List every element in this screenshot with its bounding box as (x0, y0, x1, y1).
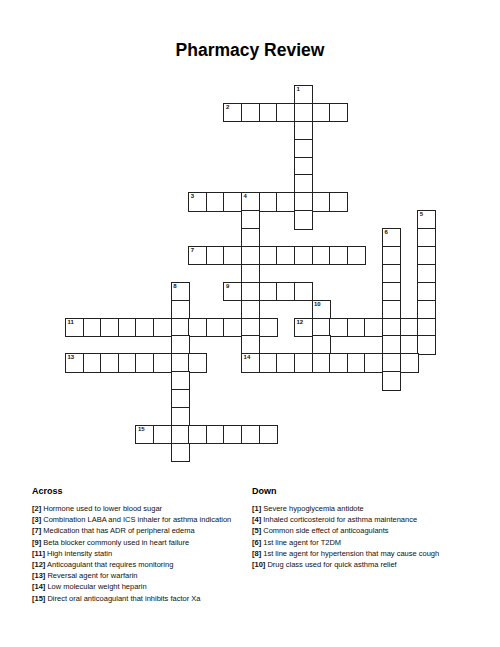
grid-cell[interactable] (347, 353, 366, 372)
clue-item: [2] Hormone used to lower blood sugar (32, 503, 250, 514)
clue-item: [8] 1st line agent for hypertension that… (252, 548, 470, 559)
grid-cell[interactable] (382, 246, 401, 265)
grid-cell[interactable]: 4 (241, 192, 260, 211)
grid-cell[interactable] (241, 103, 260, 122)
grid-cell[interactable] (312, 246, 331, 265)
cell-number: 3 (191, 193, 194, 200)
clue-item: [13] Reversal agent for warfarin (32, 570, 250, 581)
puzzle-page: Pharmacy Review 123456789101112131415 Ac… (0, 0, 500, 647)
down-clue-list: [1] Severe hypoglycemia antidote[4] Inha… (252, 503, 470, 570)
clue-number: [5] (252, 526, 261, 535)
clue-text: Beta blocker commonly used in heart fail… (43, 538, 189, 547)
clue-item: [14] Low molecular weight heparin (32, 581, 250, 592)
grid-cell[interactable] (259, 246, 278, 265)
clue-number: [13] (32, 571, 45, 580)
grid-cell[interactable] (417, 300, 436, 319)
grid-cell[interactable] (259, 353, 278, 372)
grid-cell[interactable]: 14 (241, 353, 260, 372)
clue-item: [6] 1st line agent for T2DM (252, 537, 470, 548)
clue-text: Severe hypoglycemia antidote (263, 504, 363, 513)
grid-cell[interactable] (382, 282, 401, 301)
grid-cell[interactable] (241, 335, 260, 354)
grid-cell[interactable] (400, 335, 419, 354)
grid-cell[interactable]: 15 (135, 425, 154, 444)
clue-item: [10] Drug class used for quick asthma re… (252, 559, 470, 570)
grid-cell[interactable] (188, 425, 207, 444)
down-header: Down (252, 486, 470, 496)
cell-number: 10 (314, 301, 321, 308)
clue-number: [6] (252, 538, 261, 547)
grid-cell[interactable] (382, 300, 401, 319)
clue-item: [15] Direct oral anticoagulant that inhi… (32, 593, 250, 604)
cell-number: 4 (244, 193, 247, 200)
grid-cell[interactable] (241, 246, 260, 265)
clue-item: [11] High intensity statin (32, 548, 250, 559)
grid-cell[interactable] (241, 210, 260, 229)
grid-cell[interactable] (100, 318, 119, 337)
clue-number: [1] (252, 504, 261, 513)
clue-text: Reversal agent for warfarin (47, 571, 137, 580)
grid-cell[interactable] (312, 318, 331, 337)
grid-cell[interactable] (382, 335, 401, 354)
grid-cell[interactable] (400, 353, 419, 372)
clue-number: [7] (32, 526, 41, 535)
grid-cell[interactable] (329, 353, 348, 372)
clue-item: [7] Medication that has ADR of periphera… (32, 525, 250, 536)
grid-cell[interactable] (276, 192, 295, 211)
grid-cell[interactable]: 13 (65, 353, 84, 372)
grid-cell[interactable]: 9 (223, 282, 242, 301)
grid-cell[interactable] (312, 353, 331, 372)
cell-number: 9 (226, 283, 229, 290)
grid-cell[interactable] (294, 210, 313, 229)
grid-cell[interactable] (417, 264, 436, 283)
grid-cell[interactable] (294, 353, 313, 372)
grid-cell[interactable] (276, 282, 295, 301)
grid-cell[interactable]: 11 (65, 318, 84, 337)
cell-number: 2 (226, 104, 229, 111)
grid-cell[interactable] (223, 192, 242, 211)
grid-cell[interactable] (294, 174, 313, 193)
grid-cell[interactable] (223, 318, 242, 337)
grid-cell[interactable] (294, 121, 313, 140)
clue-text: Combination LABA and ICS inhaler for ast… (43, 515, 231, 524)
grid-cell[interactable] (241, 300, 260, 319)
page-title: Pharmacy Review (0, 40, 500, 61)
cell-number: 7 (191, 247, 194, 254)
clue-item: [9] Beta blocker commonly used in heart … (32, 537, 250, 548)
clue-number: [15] (32, 594, 45, 603)
grid-cell[interactable]: 7 (188, 246, 207, 265)
clue-text: Direct oral anticoagulant that inhibits … (47, 594, 200, 603)
cell-number: 14 (244, 354, 251, 361)
grid-cell[interactable] (241, 282, 260, 301)
grid-cell[interactable] (259, 318, 278, 337)
grid-cell[interactable] (329, 318, 348, 337)
grid-cell[interactable]: 2 (223, 103, 242, 122)
grid-cell[interactable] (347, 318, 366, 337)
grid-cell[interactable]: 5 (417, 210, 436, 229)
grid-cell[interactable] (171, 407, 190, 426)
cell-number: 5 (420, 211, 423, 218)
grid-cell[interactable] (171, 371, 190, 390)
grid-cell[interactable] (171, 425, 190, 444)
cell-number: 13 (68, 354, 75, 361)
across-clue-list: [2] Hormone used to lower blood sugar[3]… (32, 503, 250, 604)
grid-cell[interactable] (329, 246, 348, 265)
grid-cell[interactable] (417, 228, 436, 247)
grid-cell[interactable] (294, 139, 313, 158)
grid-cell[interactable] (294, 192, 313, 211)
grid-cell[interactable] (294, 282, 313, 301)
cell-number: 11 (68, 319, 74, 326)
grid-cell[interactable] (329, 192, 348, 211)
grid-cell[interactable] (171, 353, 190, 372)
grid-cell[interactable] (153, 425, 172, 444)
grid-cell[interactable] (259, 192, 278, 211)
clue-number: [12] (32, 560, 45, 569)
grid-cell[interactable] (382, 264, 401, 283)
cell-number: 12 (296, 319, 303, 326)
grid-cell[interactable] (294, 246, 313, 265)
grid-cell[interactable] (206, 246, 225, 265)
grid-cell[interactable] (312, 335, 331, 354)
clue-number: [4] (252, 515, 261, 524)
grid-cell[interactable] (241, 264, 260, 283)
grid-cell[interactable] (364, 353, 383, 372)
clue-number: [2] (32, 504, 41, 513)
across-header: Across (32, 486, 250, 496)
grid-cell[interactable] (118, 353, 137, 372)
cell-number: 15 (138, 426, 145, 433)
grid-cell[interactable] (153, 318, 172, 337)
grid-cell[interactable] (417, 282, 436, 301)
clue-number: [3] (32, 515, 41, 524)
grid-cell[interactable] (153, 353, 172, 372)
grid-cell[interactable] (171, 335, 190, 354)
grid-cell[interactable] (294, 157, 313, 176)
clue-text: 1st line agent for T2DM (263, 538, 341, 547)
grid-cell[interactable] (241, 425, 260, 444)
grid-cell[interactable] (259, 282, 278, 301)
clue-number: [9] (32, 538, 41, 547)
grid-cell[interactable] (171, 389, 190, 408)
grid-cell[interactable] (171, 300, 190, 319)
clue-text: Anticoagulant that requires monitoring (47, 560, 173, 569)
clue-item: [5] Common side effect of anticoagulants (252, 525, 470, 536)
grid-cell[interactable] (276, 246, 295, 265)
grid-cell[interactable] (382, 353, 401, 372)
clue-number: [8] (252, 549, 261, 558)
clue-item: [1] Severe hypoglycemia antidote (252, 503, 470, 514)
grid-cell[interactable] (206, 192, 225, 211)
grid-cell[interactable]: 10 (312, 300, 331, 319)
grid-cell[interactable]: 12 (294, 318, 313, 337)
grid-cell[interactable]: 8 (171, 282, 190, 301)
grid-cell[interactable] (223, 425, 242, 444)
grid-cell[interactable] (83, 353, 102, 372)
grid-cell[interactable] (312, 103, 331, 122)
clue-text: High intensity statin (47, 549, 112, 558)
crossword-grid: 123456789101112131415 (65, 85, 435, 461)
grid-cell[interactable] (400, 318, 419, 337)
cell-number: 1 (296, 86, 299, 93)
grid-cell[interactable] (188, 353, 207, 372)
cell-number: 8 (173, 283, 176, 290)
grid-cell[interactable] (100, 353, 119, 372)
grid-cell[interactable] (276, 353, 295, 372)
grid-cell[interactable] (83, 318, 102, 337)
grid-cell[interactable]: 1 (294, 85, 313, 104)
grid-cell[interactable] (188, 318, 207, 337)
grid-cell[interactable] (417, 335, 436, 354)
clue-number: [14] (32, 582, 45, 591)
grid-cell[interactable] (347, 246, 366, 265)
grid-cell[interactable] (223, 246, 242, 265)
clue-item: [12] Anticoagulant that requires monitor… (32, 559, 250, 570)
clue-text: Drug class used for quick asthma relief (267, 560, 396, 569)
grid-cell[interactable] (135, 353, 154, 372)
grid-cell[interactable] (312, 192, 331, 211)
grid-cell[interactable] (294, 103, 313, 122)
cell-number: 6 (384, 229, 387, 236)
grid-cell[interactable]: 3 (188, 192, 207, 211)
grid-cell[interactable] (382, 318, 401, 337)
clue-text: Inhaled corticosteroid for asthma mainte… (263, 515, 417, 524)
clue-item: [4] Inhaled corticosteroid for asthma ma… (252, 514, 470, 525)
grid-cell[interactable] (118, 318, 137, 337)
across-clues-section: Across [2] Hormone used to lower blood s… (32, 486, 250, 604)
grid-cell[interactable] (417, 246, 436, 265)
grid-cell[interactable] (259, 103, 278, 122)
clue-number: [10] (252, 560, 265, 569)
clue-text: Hormone used to lower blood sugar (43, 504, 162, 513)
grid-cell[interactable] (417, 318, 436, 337)
grid-cell[interactable] (276, 103, 295, 122)
grid-cell[interactable] (206, 318, 225, 337)
grid-cell[interactable] (206, 425, 225, 444)
grid-cell[interactable] (135, 318, 154, 337)
grid-cell[interactable] (241, 228, 260, 247)
grid-cell[interactable] (364, 318, 383, 337)
grid-cell[interactable]: 6 (382, 228, 401, 247)
clue-text: Common side effect of anticoagulants (263, 526, 388, 535)
grid-cell[interactable] (171, 443, 190, 462)
clue-text: Low molecular weight heparin (47, 582, 146, 591)
grid-cell[interactable] (382, 371, 401, 390)
clue-item: [3] Combination LABA and ICS inhaler for… (32, 514, 250, 525)
grid-cell[interactable] (259, 425, 278, 444)
grid-cell[interactable] (329, 103, 348, 122)
grid-cell[interactable] (171, 318, 190, 337)
clue-number: [11] (32, 549, 45, 558)
down-clues-section: Down [1] Severe hypoglycemia antidote[4]… (252, 486, 470, 570)
clue-text: 1st line agent for hypertension that may… (263, 549, 439, 558)
clue-text: Medication that has ADR of peripheral ed… (43, 526, 194, 535)
grid-cell[interactable] (241, 318, 260, 337)
